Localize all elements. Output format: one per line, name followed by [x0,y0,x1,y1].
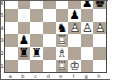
square-a6[interactable] [5,0,18,9]
frame-top-edge [0,0,108,1]
square-c6[interactable] [30,0,43,9]
square-d6[interactable] [43,0,56,9]
square-g6[interactable] [81,0,94,9]
square-b5[interactable] [18,9,31,22]
piece-black-rook [30,47,43,60]
chess-board [4,0,107,73]
square-c1[interactable] [30,60,43,73]
square-c5[interactable] [30,9,43,22]
square-h2[interactable] [93,47,106,60]
square-e1[interactable] [56,60,69,73]
square-f4[interactable] [68,22,81,35]
square-c4[interactable] [30,22,43,35]
square-f3[interactable] [68,34,81,47]
square-d2[interactable] [43,47,56,60]
square-c2[interactable] [30,47,43,60]
square-d4[interactable] [43,22,56,35]
square-e6[interactable] [56,0,69,9]
frame-bottom-edge [0,79,110,80]
piece-white-rook [56,60,69,73]
frame-left-edge [0,0,1,80]
square-d3[interactable] [43,34,56,47]
square-a5[interactable] [5,9,18,22]
square-g2[interactable] [81,47,94,60]
square-h6[interactable] [93,0,106,9]
square-e5[interactable] [56,9,69,22]
square-h4[interactable] [93,22,106,35]
square-b1[interactable] [18,60,31,73]
square-b6[interactable] [18,0,31,9]
square-a1[interactable] [5,60,18,73]
piece-white-pawn [93,22,106,35]
square-g4[interactable] [81,22,94,35]
square-a4[interactable] [5,22,18,35]
square-b2[interactable] [18,47,31,60]
square-a2[interactable] [5,47,18,60]
piece-black-king [93,0,106,9]
square-h3[interactable] [93,34,106,47]
square-f1[interactable] [68,60,81,73]
square-a3[interactable] [5,34,18,47]
chess-diagram: abcdefgh 654321 [0,0,120,80]
piece-black-pawn [81,0,94,9]
square-d1[interactable] [43,60,56,73]
piece-white-pawn [81,22,94,35]
square-h1[interactable] [93,60,106,73]
square-g3[interactable] [81,34,94,47]
square-d5[interactable] [43,9,56,22]
piece-white-pawn [68,22,81,35]
piece-black-rook [18,47,31,60]
square-g1[interactable] [81,60,94,73]
piece-white-king [68,60,81,73]
